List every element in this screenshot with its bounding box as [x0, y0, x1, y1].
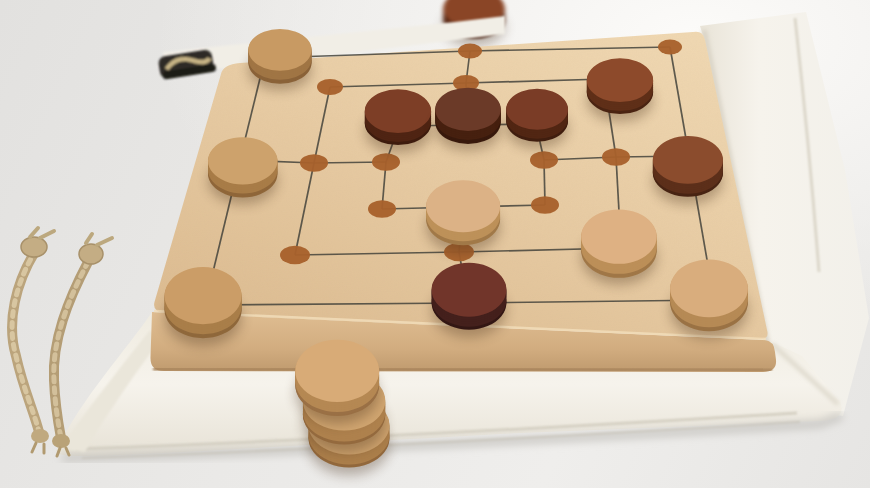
rope-knot-right[interactable]	[79, 234, 112, 264]
piece-dark-e5[interactable]: ●	[502, 78, 573, 131]
rope-knot-left[interactable]	[21, 228, 54, 257]
piece-light-stack-top[interactable]: ●	[289, 323, 385, 404]
point-d7-empty[interactable]	[458, 44, 482, 59]
point-e3-empty[interactable]	[531, 196, 559, 213]
photo-scene: ●	[0, 0, 870, 488]
board-front-edge-bottom-shadow	[153, 369, 772, 370]
piece-light-d3[interactable]: ●	[421, 166, 506, 234]
piece-dark-f6[interactable]: ●	[582, 47, 658, 104]
piece-light-a1[interactable]: ●	[159, 252, 247, 327]
piece-light-f2[interactable]: ●	[576, 194, 662, 265]
piece-dark-d5[interactable]: ●	[430, 76, 505, 133]
point-f4-empty[interactable]	[602, 148, 630, 165]
point-b4-empty[interactable]	[300, 154, 328, 171]
point-c3-empty[interactable]	[368, 200, 396, 217]
piece-dark-d1[interactable]: ●	[426, 248, 512, 319]
point-b6-empty[interactable]	[317, 79, 343, 95]
piece-dark-c5[interactable]: ●	[360, 78, 436, 135]
piece-dark-g4[interactable]: ●	[648, 124, 728, 187]
point-b2-empty[interactable]	[280, 246, 310, 265]
point-g7-empty[interactable]	[658, 40, 682, 55]
piece-light-a4[interactable]: ●	[203, 124, 282, 186]
point-c4-empty[interactable]	[372, 153, 400, 170]
point-e4-empty[interactable]	[530, 151, 558, 168]
piece-light-a7[interactable]: ●	[244, 18, 316, 73]
piece-light-g1[interactable]: ●	[664, 244, 753, 319]
rope-strand-left[interactable]	[12, 250, 39, 432]
